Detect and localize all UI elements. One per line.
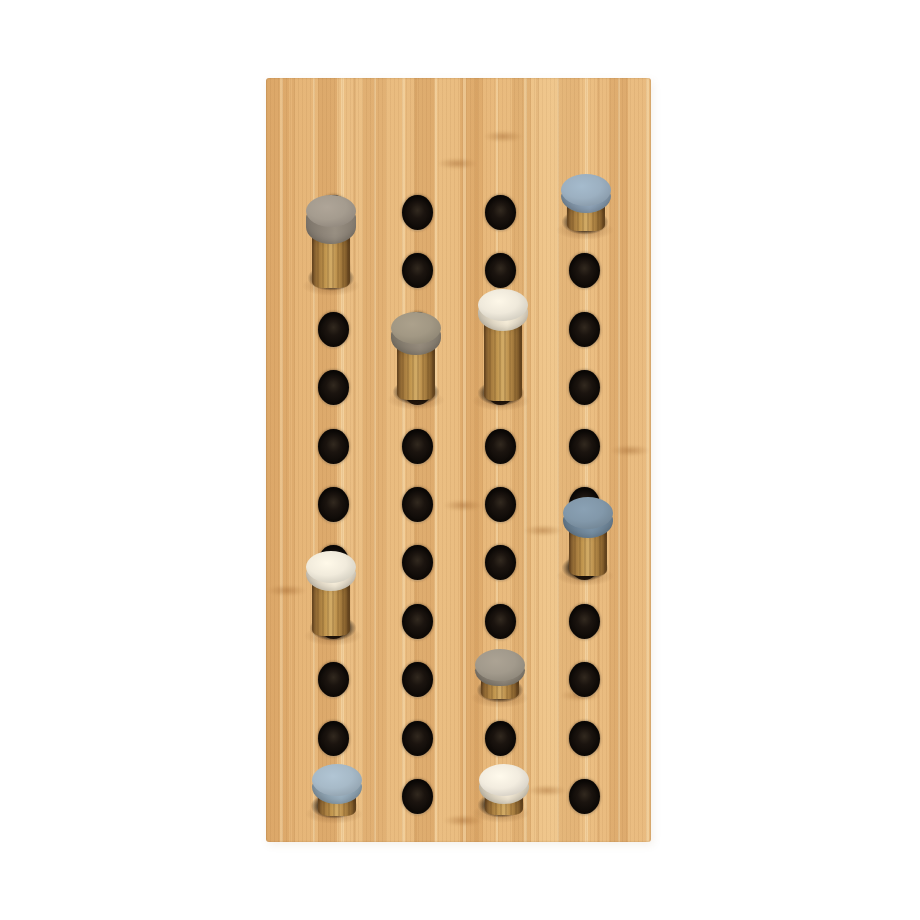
photo-background — [0, 0, 920, 920]
pegboard — [266, 78, 651, 842]
peg-cap-top — [479, 764, 529, 796]
peg-white[interactable] — [266, 78, 651, 842]
